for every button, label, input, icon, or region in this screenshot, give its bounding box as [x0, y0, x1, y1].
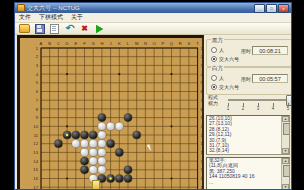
row-label-left: 14 [33, 159, 38, 164]
info-line: ... [207, 180, 289, 185]
toolbar: ↶ ✖ [15, 23, 291, 35]
radio-icon [211, 56, 217, 62]
white-engine-radio[interactable]: 交大六号 [211, 84, 239, 90]
menu-file[interactable]: 文件 [19, 13, 31, 22]
black-stone [72, 131, 80, 139]
row-label-right: 12 [201, 141, 202, 146]
col-label: A [40, 41, 43, 46]
side-panel: 黑方 人 交大六号 用时 00:08:21 白方 人 [204, 35, 292, 190]
row-label-left: 3 [36, 63, 39, 68]
row-label-right: 4 [201, 72, 202, 77]
move-list-scrollbar[interactable]: ▲ ▼ [281, 116, 289, 154]
open-icon [19, 24, 30, 33]
col-label: D [66, 41, 69, 46]
col-label: Q [170, 41, 174, 46]
white-stone [115, 122, 123, 130]
col-label: R [179, 41, 182, 46]
row-label-right: 2 [201, 54, 202, 59]
new-record-icon [50, 24, 59, 34]
col-label: K [118, 41, 121, 46]
radio-icon [211, 47, 217, 53]
white-group-title: 白方 [211, 65, 224, 72]
row-label-left: 4 [36, 72, 39, 77]
engine-info-box[interactable]: 第32手:(11,8),白返回黑: 387.250144 11050819 40… [206, 157, 290, 190]
white-stone [98, 131, 106, 139]
black-stone [124, 114, 132, 122]
black-stone [89, 131, 97, 139]
row-label-left: 2 [36, 54, 39, 59]
black-stone [80, 166, 88, 174]
white-stone [89, 157, 97, 165]
move-marker-icon [109, 177, 111, 179]
slider-tick-label: 5 [287, 106, 290, 111]
col-label: C [57, 41, 60, 46]
col-label: J [110, 41, 112, 46]
row-label-left: 1 [36, 46, 39, 51]
row-label-left: 10 [33, 124, 38, 129]
col-label: H [100, 41, 103, 46]
white-stone [89, 166, 97, 174]
col-label: E [74, 41, 77, 46]
row-label-left: 5 [36, 80, 39, 85]
radio-icon [211, 84, 217, 90]
black-time-value: 00:08:21 [252, 46, 288, 55]
row-label-left: 11 [34, 133, 39, 138]
undo-button[interactable]: ↶ [64, 24, 75, 34]
black-human-radio[interactable]: 人 [211, 47, 224, 53]
board-grid: A11B22C33D44E55F66G77H88J99K1010L1111M12… [20, 38, 202, 189]
slider-tick-label: 1 [227, 106, 230, 111]
white-stone [98, 148, 106, 156]
white-stone [107, 122, 115, 130]
open-button[interactable] [19, 24, 30, 34]
screen: 交大六号 -- NCTUG _ □ x 文件 下棋模式 关于 ↶ ✖ A11B2… [0, 0, 304, 190]
row-label-right: 10 [201, 124, 202, 129]
black-stone [115, 148, 123, 156]
scroll-thumb[interactable] [283, 123, 291, 135]
scroll-thumb[interactable] [283, 165, 291, 177]
white-stone [80, 148, 88, 156]
row-label-right: 5 [201, 80, 202, 85]
scroll-down-icon[interactable]: ▼ [282, 148, 289, 154]
black-stone [54, 140, 62, 148]
row-label-right: 7 [201, 98, 202, 103]
save-button[interactable] [34, 24, 45, 34]
col-label: O [152, 41, 156, 46]
row-label-left: 6 [36, 89, 39, 94]
black-stone [124, 166, 132, 174]
white-player-group: 白方 人 交大六号 用时 00:05:57 [206, 67, 292, 95]
black-stone [115, 174, 123, 182]
row-label-right: 13 [201, 150, 202, 155]
slider-tick-label: 3 [257, 106, 260, 111]
slider-tick-label: 2 [242, 106, 245, 111]
white-human-radio[interactable]: 人 [211, 75, 224, 81]
row-label-right: 17 [201, 185, 202, 189]
col-label: T [196, 41, 199, 46]
row-label-left: 9 [36, 115, 39, 120]
black-stone [80, 157, 88, 165]
black-engine-radio[interactable]: 交大六号 [211, 56, 239, 62]
start-button[interactable] [94, 24, 105, 34]
menu-bar: 文件 下棋模式 关于 [15, 13, 291, 23]
col-label: F [83, 41, 86, 46]
scroll-up-icon[interactable]: ▲ [282, 116, 289, 122]
white-stone [98, 157, 106, 165]
row-label-left: 13 [33, 150, 38, 155]
slider-tick-label: 4 [272, 106, 275, 111]
row-label-right: 11 [201, 133, 202, 138]
white-stone [80, 140, 88, 148]
white-time-label: 用时 [241, 76, 251, 82]
menu-play-mode[interactable]: 下棋模式 [39, 13, 63, 22]
row-label-right: 6 [201, 89, 202, 94]
col-label: S [188, 41, 191, 46]
new-record-button[interactable] [49, 24, 60, 34]
row-label-left: 16 [33, 176, 38, 181]
menu-about[interactable]: 关于 [71, 13, 83, 22]
row-label-right: 15 [201, 167, 202, 172]
row-label-right: 14 [201, 159, 202, 164]
col-label: P [161, 41, 164, 46]
row-label-right: 8 [201, 107, 202, 112]
app-window: 交大六号 -- NCTUG _ □ x 文件 下棋模式 关于 ↶ ✖ A11B2… [14, 2, 292, 190]
black-stone [124, 174, 132, 182]
stop-icon: ✖ [81, 25, 88, 33]
scroll-down-icon[interactable]: ▼ [282, 184, 289, 190]
white-time-value: 00:05:57 [252, 74, 288, 83]
go-board[interactable]: A11B22C33D44E55F66G77H88J99K1010L1111M12… [17, 35, 204, 190]
save-icon [35, 24, 45, 34]
move-marker-icon [66, 134, 68, 136]
row-label-right: 9 [201, 115, 202, 120]
radio-icon [211, 75, 217, 81]
white-stone [72, 140, 80, 148]
row-label-right: 1 [201, 46, 202, 51]
app-icon [17, 4, 25, 12]
black-stone [133, 131, 141, 139]
white-stone [89, 148, 97, 156]
row-label-left: 8 [36, 107, 39, 112]
black-player-group: 黑方 人 交大六号 用时 00:08:21 [206, 39, 292, 67]
minimize-button[interactable]: _ [254, 4, 265, 13]
highlight-artifact [92, 180, 100, 190]
white-stone [98, 166, 106, 174]
row-label-right: 16 [201, 176, 202, 181]
col-label: M [135, 41, 139, 46]
row-label-right: 3 [201, 63, 202, 68]
engine-strength-label: 程式 棋力 [208, 94, 222, 106]
white-stone [98, 122, 106, 130]
start-icon [96, 25, 103, 33]
slider-track [228, 99, 288, 101]
col-label: G [92, 41, 95, 46]
black-stone [107, 140, 115, 148]
strength-slider[interactable]: 12345 [226, 93, 290, 111]
row-label-left: 7 [36, 98, 39, 103]
black-stone [80, 131, 88, 139]
undo-icon: ↶ [65, 24, 74, 33]
maximize-button[interactable]: □ [266, 4, 277, 13]
col-label: B [48, 41, 51, 46]
black-group-title: 黑方 [211, 37, 224, 44]
black-time-label: 用时 [241, 48, 251, 54]
info-box-scrollbar[interactable]: ▲ ▼ [281, 158, 289, 190]
col-label: N [144, 41, 147, 46]
move-list-item[interactable]: 32.(8,14) [207, 148, 289, 153]
stop-button[interactable]: ✖ [79, 24, 90, 34]
move-list[interactable]: 26.(10,10)27.(13,10)28.(8,12)29.(12,11)3… [206, 115, 290, 155]
black-stone [98, 114, 106, 122]
row-label-left: 17 [33, 185, 38, 189]
col-label: L [127, 41, 130, 46]
window-title: 交大六号 -- NCTUG [27, 3, 80, 13]
row-label-left: 15 [33, 167, 38, 172]
row-label-left: 12 [33, 141, 38, 146]
white-stone [89, 140, 97, 148]
window-controls: _ □ x [254, 4, 289, 13]
scroll-up-icon[interactable]: ▲ [282, 158, 289, 164]
close-button[interactable]: x [278, 4, 289, 13]
title-bar[interactable]: 交大六号 -- NCTUG _ □ x [15, 3, 291, 13]
white-stone [98, 140, 106, 148]
